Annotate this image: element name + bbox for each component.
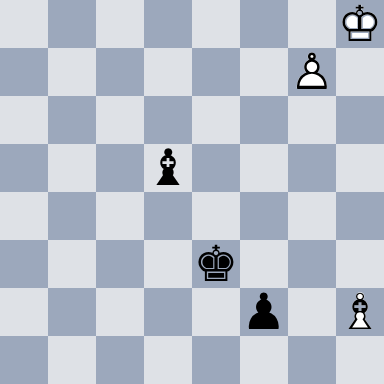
white-bishop-glyph: ♗ bbox=[338, 288, 383, 336]
square-d7[interactable] bbox=[144, 48, 192, 96]
square-e8[interactable] bbox=[192, 0, 240, 48]
square-c1[interactable] bbox=[96, 336, 144, 384]
square-b3[interactable] bbox=[48, 240, 96, 288]
square-e5[interactable] bbox=[192, 144, 240, 192]
black-bishop-glyph: ♝ bbox=[146, 144, 191, 192]
square-b1[interactable] bbox=[48, 336, 96, 384]
chess-board: ♚♔♟♙♝♚♟♝♗ bbox=[0, 0, 384, 384]
square-h4[interactable] bbox=[336, 192, 384, 240]
square-h2[interactable]: ♝♗ bbox=[336, 288, 384, 336]
square-g4[interactable] bbox=[288, 192, 336, 240]
square-g8[interactable] bbox=[288, 0, 336, 48]
square-e4[interactable] bbox=[192, 192, 240, 240]
square-e6[interactable] bbox=[192, 96, 240, 144]
square-f2[interactable]: ♟ bbox=[240, 288, 288, 336]
square-g1[interactable] bbox=[288, 336, 336, 384]
square-g5[interactable] bbox=[288, 144, 336, 192]
square-a2[interactable] bbox=[0, 288, 48, 336]
square-d5[interactable]: ♝ bbox=[144, 144, 192, 192]
square-h3[interactable] bbox=[336, 240, 384, 288]
square-d8[interactable] bbox=[144, 0, 192, 48]
black-pawn-glyph: ♟ bbox=[242, 288, 287, 336]
square-a5[interactable] bbox=[0, 144, 48, 192]
square-f7[interactable] bbox=[240, 48, 288, 96]
square-h8[interactable]: ♚♔ bbox=[336, 0, 384, 48]
square-f1[interactable] bbox=[240, 336, 288, 384]
white-king-glyph: ♔ bbox=[338, 0, 383, 48]
square-a6[interactable] bbox=[0, 96, 48, 144]
square-b4[interactable] bbox=[48, 192, 96, 240]
square-a1[interactable] bbox=[0, 336, 48, 384]
white-bishop[interactable]: ♝♗ bbox=[336, 288, 384, 336]
square-c5[interactable] bbox=[96, 144, 144, 192]
square-g6[interactable] bbox=[288, 96, 336, 144]
square-d2[interactable] bbox=[144, 288, 192, 336]
square-h7[interactable] bbox=[336, 48, 384, 96]
square-b5[interactable] bbox=[48, 144, 96, 192]
square-e7[interactable] bbox=[192, 48, 240, 96]
square-b8[interactable] bbox=[48, 0, 96, 48]
square-h5[interactable] bbox=[336, 144, 384, 192]
square-e3[interactable]: ♚ bbox=[192, 240, 240, 288]
square-d1[interactable] bbox=[144, 336, 192, 384]
square-c7[interactable] bbox=[96, 48, 144, 96]
white-king[interactable]: ♚♔ bbox=[336, 0, 384, 48]
square-c3[interactable] bbox=[96, 240, 144, 288]
square-f5[interactable] bbox=[240, 144, 288, 192]
square-a4[interactable] bbox=[0, 192, 48, 240]
square-c8[interactable] bbox=[96, 0, 144, 48]
white-pawn[interactable]: ♟♙ bbox=[288, 48, 336, 96]
square-h1[interactable] bbox=[336, 336, 384, 384]
square-c4[interactable] bbox=[96, 192, 144, 240]
square-a8[interactable] bbox=[0, 0, 48, 48]
square-f6[interactable] bbox=[240, 96, 288, 144]
square-h6[interactable] bbox=[336, 96, 384, 144]
square-c6[interactable] bbox=[96, 96, 144, 144]
black-king-glyph: ♚ bbox=[194, 240, 239, 288]
square-f8[interactable] bbox=[240, 0, 288, 48]
square-b6[interactable] bbox=[48, 96, 96, 144]
square-c2[interactable] bbox=[96, 288, 144, 336]
square-g3[interactable] bbox=[288, 240, 336, 288]
square-a7[interactable] bbox=[0, 48, 48, 96]
square-d6[interactable] bbox=[144, 96, 192, 144]
black-king[interactable]: ♚ bbox=[192, 240, 240, 288]
square-d4[interactable] bbox=[144, 192, 192, 240]
square-g7[interactable]: ♟♙ bbox=[288, 48, 336, 96]
square-f4[interactable] bbox=[240, 192, 288, 240]
black-bishop[interactable]: ♝ bbox=[144, 144, 192, 192]
square-e1[interactable] bbox=[192, 336, 240, 384]
square-e2[interactable] bbox=[192, 288, 240, 336]
square-a3[interactable] bbox=[0, 240, 48, 288]
square-d3[interactable] bbox=[144, 240, 192, 288]
square-b2[interactable] bbox=[48, 288, 96, 336]
square-f3[interactable] bbox=[240, 240, 288, 288]
square-g2[interactable] bbox=[288, 288, 336, 336]
white-pawn-glyph: ♙ bbox=[290, 48, 335, 96]
square-b7[interactable] bbox=[48, 48, 96, 96]
black-pawn[interactable]: ♟ bbox=[240, 288, 288, 336]
